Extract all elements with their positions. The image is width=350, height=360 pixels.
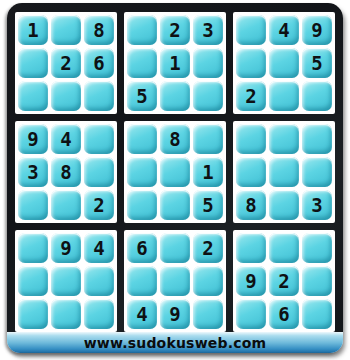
cell-r9c9[interactable] (302, 299, 332, 329)
cell-r1c9: 9 (302, 15, 332, 45)
box-3-3: 926 (233, 230, 335, 332)
cell-r3c9[interactable] (302, 81, 332, 111)
cell-r4c2: 4 (51, 124, 81, 154)
cell-r5c9[interactable] (302, 157, 332, 187)
cell-r2c7[interactable] (236, 48, 266, 78)
cell-r5c8[interactable] (269, 157, 299, 187)
box-2-2: 815 (124, 121, 226, 223)
cell-r7c3: 4 (84, 233, 114, 263)
cell-r1c4[interactable] (127, 15, 157, 45)
cell-r9c7[interactable] (236, 299, 266, 329)
cell-r6c4[interactable] (127, 190, 157, 220)
box-1-1: 1826 (15, 12, 117, 114)
cell-r8c8: 2 (269, 266, 299, 296)
cell-r4c3[interactable] (84, 124, 114, 154)
cell-r6c9: 3 (302, 190, 332, 220)
cell-r2c4[interactable] (127, 48, 157, 78)
cell-r5c6: 1 (193, 157, 223, 187)
cell-r2c8[interactable] (269, 48, 299, 78)
cell-r3c6[interactable] (193, 81, 223, 111)
cell-r5c3[interactable] (84, 157, 114, 187)
cell-r2c2: 2 (51, 48, 81, 78)
cell-r4c4[interactable] (127, 124, 157, 154)
cell-r8c5[interactable] (160, 266, 190, 296)
cell-r7c6: 2 (193, 233, 223, 263)
sudoku-board: 1826231549529438281583946249926 (15, 12, 335, 332)
cell-r9c6[interactable] (193, 299, 223, 329)
cell-r6c7: 8 (236, 190, 266, 220)
board-frame: 1826231549529438281583946249926 (7, 3, 343, 332)
cell-r4c7[interactable] (236, 124, 266, 154)
cell-r4c5: 8 (160, 124, 190, 154)
cell-r9c1[interactable] (18, 299, 48, 329)
cell-r9c3[interactable] (84, 299, 114, 329)
cell-r4c1: 9 (18, 124, 48, 154)
box-1-3: 4952 (233, 12, 335, 114)
cell-r6c6: 5 (193, 190, 223, 220)
cell-r9c4: 4 (127, 299, 157, 329)
cell-r8c2[interactable] (51, 266, 81, 296)
cell-r2c1[interactable] (18, 48, 48, 78)
cell-r8c7: 9 (236, 266, 266, 296)
cell-r3c2[interactable] (51, 81, 81, 111)
sudoku-card: 1826231549529438281583946249926 www.sudo… (7, 3, 343, 353)
cell-r2c6[interactable] (193, 48, 223, 78)
cell-r4c8[interactable] (269, 124, 299, 154)
box-2-3: 83 (233, 121, 335, 223)
cell-r1c7[interactable] (236, 15, 266, 45)
cell-r3c5[interactable] (160, 81, 190, 111)
cell-r5c1: 3 (18, 157, 48, 187)
cell-r7c8[interactable] (269, 233, 299, 263)
cell-r6c5[interactable] (160, 190, 190, 220)
cell-r7c4: 6 (127, 233, 157, 263)
cell-r5c2: 8 (51, 157, 81, 187)
cell-r3c1[interactable] (18, 81, 48, 111)
box-2-1: 94382 (15, 121, 117, 223)
cell-r3c7: 2 (236, 81, 266, 111)
cell-r6c3: 2 (84, 190, 114, 220)
cell-r3c4: 5 (127, 81, 157, 111)
box-3-2: 6249 (124, 230, 226, 332)
cell-r8c4[interactable] (127, 266, 157, 296)
cell-r1c3: 8 (84, 15, 114, 45)
cell-r9c2[interactable] (51, 299, 81, 329)
cell-r8c9[interactable] (302, 266, 332, 296)
cell-r7c7[interactable] (236, 233, 266, 263)
cell-r8c6[interactable] (193, 266, 223, 296)
cell-r1c5: 2 (160, 15, 190, 45)
cell-r7c2: 9 (51, 233, 81, 263)
cell-r3c8[interactable] (269, 81, 299, 111)
cell-r2c3: 6 (84, 48, 114, 78)
cell-r5c5[interactable] (160, 157, 190, 187)
cell-r5c7[interactable] (236, 157, 266, 187)
cell-r8c1[interactable] (18, 266, 48, 296)
cell-r8c3[interactable] (84, 266, 114, 296)
cell-r2c5: 1 (160, 48, 190, 78)
cell-r4c9[interactable] (302, 124, 332, 154)
cell-r7c5[interactable] (160, 233, 190, 263)
site-link[interactable]: www.sudokusweb.com (84, 335, 267, 351)
cell-r9c8: 6 (269, 299, 299, 329)
cell-r1c1: 1 (18, 15, 48, 45)
cell-r6c2[interactable] (51, 190, 81, 220)
cell-r1c6: 3 (193, 15, 223, 45)
cell-r4c6[interactable] (193, 124, 223, 154)
cell-r9c5: 9 (160, 299, 190, 329)
cell-r1c8: 4 (269, 15, 299, 45)
cell-r1c2[interactable] (51, 15, 81, 45)
cell-r3c3[interactable] (84, 81, 114, 111)
box-3-1: 94 (15, 230, 117, 332)
cell-r7c9[interactable] (302, 233, 332, 263)
cell-r6c8[interactable] (269, 190, 299, 220)
cell-r5c4[interactable] (127, 157, 157, 187)
cell-r7c1[interactable] (18, 233, 48, 263)
footer-bar: www.sudokusweb.com (7, 332, 343, 353)
cell-r2c9: 5 (302, 48, 332, 78)
cell-r6c1[interactable] (18, 190, 48, 220)
box-1-2: 2315 (124, 12, 226, 114)
